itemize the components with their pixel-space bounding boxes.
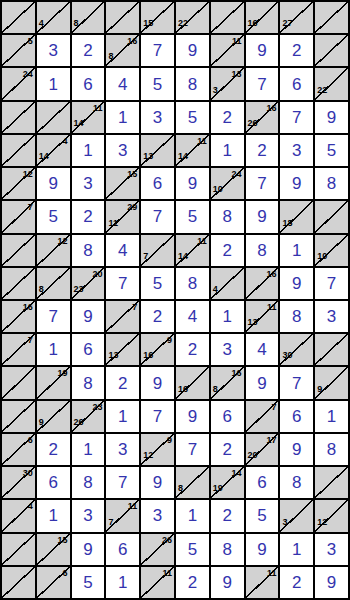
entry-cell[interactable]: 8 (280, 301, 313, 332)
entry-value: 5 (327, 142, 336, 159)
entry-cell[interactable]: 8 (315, 434, 348, 465)
across-clue-number: 13 (232, 69, 242, 79)
entry-value: 2 (222, 507, 231, 524)
entry-cell[interactable]: 9 (72, 301, 105, 332)
entry-cell[interactable]: 9 (246, 201, 279, 232)
entry-cell[interactable]: 5 (176, 102, 209, 133)
entry-cell[interactable]: 2 (176, 567, 209, 598)
entry-value: 6 (292, 76, 301, 93)
clue-cell: 1113 (246, 301, 279, 332)
clue-cell: 4 (2, 500, 35, 531)
entry-value: 5 (153, 275, 162, 292)
entry-value: 9 (188, 175, 197, 192)
clue-cell: 5 (2, 35, 35, 66)
clue-cell: 1626 (246, 102, 279, 133)
entry-cell[interactable]: 9 (141, 467, 174, 498)
entry-cell[interactable]: 9 (280, 434, 313, 465)
entry-cell[interactable]: 6 (106, 534, 139, 565)
entry-cell[interactable]: 2 (211, 102, 244, 133)
entry-value: 3 (83, 507, 92, 524)
entry-cell[interactable]: 8 (72, 367, 105, 398)
entry-value: 1 (118, 574, 127, 591)
block-cell (2, 367, 35, 398)
entry-value: 1 (83, 142, 92, 159)
entry-cell[interactable]: 8 (246, 235, 279, 266)
clue-cell: 7 (2, 334, 35, 365)
entry-cell[interactable]: 5 (37, 201, 70, 232)
entry-cell[interactable]: 9 (176, 401, 209, 432)
entry-value: 5 (188, 109, 197, 126)
clue-cell: 7 (2, 201, 35, 232)
entry-value: 8 (83, 474, 92, 491)
across-clue-number: 11 (162, 568, 172, 578)
entry-cell[interactable]: 9 (176, 35, 209, 66)
clue-cell: 6 (2, 434, 35, 465)
across-clue-number: 12 (58, 236, 68, 246)
down-clue-number: 14 (178, 151, 188, 161)
entry-cell[interactable]: 2 (72, 201, 105, 232)
clue-cell: 13 (141, 135, 174, 166)
clue-cell: 7 (106, 301, 139, 332)
across-clue-number: 7 (28, 335, 33, 345)
across-clue-number: 12 (23, 169, 33, 179)
entry-cell[interactable]: 4 (106, 235, 139, 266)
entry-cell[interactable]: 6 (280, 401, 313, 432)
entry-value: 7 (257, 76, 266, 93)
entry-cell[interactable]: 3 (141, 500, 174, 531)
down-clue-number: 26 (74, 417, 84, 427)
entry-value: 1 (188, 507, 197, 524)
clue-cell: 9 (37, 401, 70, 432)
entry-cell[interactable]: 7 (315, 268, 348, 299)
entry-value: 4 (118, 76, 127, 93)
entry-cell[interactable]: 6 (37, 467, 70, 498)
entry-cell[interactable]: 1 (72, 135, 105, 166)
across-clue-number: 6 (63, 568, 68, 578)
down-clue-number: 9 (317, 384, 322, 394)
entry-cell[interactable]: 5 (246, 500, 279, 531)
clue-cell: 15 (37, 534, 70, 565)
down-clue-number: 18 (282, 218, 292, 228)
entry-cell[interactable]: 3 (106, 135, 139, 166)
entry-value: 8 (83, 375, 92, 392)
entry-cell[interactable]: 2 (280, 567, 313, 598)
clue-cell: 2410 (211, 168, 244, 199)
across-clue-number: 16 (232, 368, 242, 378)
entry-value: 9 (188, 408, 197, 425)
entry-value: 6 (83, 76, 92, 93)
entry-cell[interactable]: 2 (106, 367, 139, 398)
entry-value: 5 (153, 76, 162, 93)
clue-cell: 6 (37, 567, 70, 598)
entry-cell[interactable]: 7 (37, 301, 70, 332)
entry-cell[interactable]: 3 (315, 534, 348, 565)
entry-cell[interactable]: 1 (106, 102, 139, 133)
entry-cell[interactable]: 2 (280, 35, 313, 66)
across-clue-number: 16 (127, 36, 137, 46)
entry-cell[interactable]: 6 (280, 68, 313, 99)
across-clue-number: 29 (127, 202, 137, 212)
entry-cell[interactable]: 1 (72, 434, 105, 465)
entry-cell[interactable]: 8 (315, 168, 348, 199)
down-clue-number: 19 (213, 483, 223, 493)
entry-value: 9 (153, 375, 162, 392)
entry-value: 1 (292, 242, 301, 259)
block-cell (315, 2, 348, 33)
entry-value: 2 (188, 341, 197, 358)
entry-cell[interactable]: 6 (211, 401, 244, 432)
entry-value: 2 (222, 441, 231, 458)
entry-cell[interactable]: 4 (246, 334, 279, 365)
entry-cell[interactable]: 9 (246, 35, 279, 66)
entry-cell[interactable]: 1 (211, 135, 244, 166)
entry-cell[interactable]: 2 (72, 35, 105, 66)
entry-value: 9 (257, 541, 266, 558)
clue-cell: 1114 (176, 135, 209, 166)
entry-cell[interactable]: 1 (37, 334, 70, 365)
entry-cell[interactable]: 7 (106, 268, 139, 299)
clue-cell: 24 (2, 68, 35, 99)
entry-value: 5 (48, 208, 57, 225)
clue-cell: 27 (280, 2, 313, 33)
entry-value: 1 (222, 308, 231, 325)
entry-value: 3 (153, 109, 162, 126)
entry-value: 4 (188, 308, 197, 325)
entry-cell[interactable]: 2 (141, 301, 174, 332)
down-clue-number: 8 (178, 483, 183, 493)
down-clue-number: 3 (213, 85, 218, 95)
entry-value: 6 (292, 408, 301, 425)
entry-cell[interactable]: 5 (176, 534, 209, 565)
entry-cell[interactable]: 8 (72, 467, 105, 498)
entry-value: 7 (188, 441, 197, 458)
across-clue-number: 26 (162, 535, 172, 545)
clue-cell: 168 (106, 35, 139, 66)
entry-cell[interactable]: 7 (246, 168, 279, 199)
entry-value: 3 (327, 541, 336, 558)
clue-cell: 9 (315, 367, 348, 398)
across-clue-number: 11 (197, 236, 207, 246)
entry-cell[interactable]: 3 (315, 301, 348, 332)
clue-cell: 16 (246, 2, 279, 33)
down-clue-number: 11 (108, 218, 118, 228)
entry-cell[interactable]: 6 (141, 168, 174, 199)
clue-cell: 168 (211, 367, 244, 398)
entry-cell[interactable]: 7 (280, 367, 313, 398)
entry-cell[interactable]: 7 (246, 68, 279, 99)
entry-value: 9 (292, 275, 301, 292)
clue-cell: 16 (176, 367, 209, 398)
down-clue-number: 4 (39, 18, 44, 28)
entry-value: 2 (83, 208, 92, 225)
clue-cell: 912 (141, 434, 174, 465)
clue-cell: 15 (106, 168, 139, 199)
entry-value: 7 (118, 474, 127, 491)
across-clue-number: 6 (28, 435, 33, 445)
across-clue-number: 16 (266, 103, 276, 113)
kakuro-board: 4815221627532168791192241645813376221114… (0, 0, 350, 600)
across-clue-number: 7 (271, 402, 276, 412)
entry-value: 8 (292, 474, 301, 491)
entry-cell[interactable]: 7 (106, 467, 139, 498)
down-clue-number: 13 (248, 317, 258, 327)
entry-cell[interactable]: 9 (280, 168, 313, 199)
clue-cell: 26 (141, 534, 174, 565)
entry-cell[interactable]: 9 (141, 367, 174, 398)
down-clue-number: 16 (143, 350, 153, 360)
clue-cell: 1114 (176, 235, 209, 266)
entry-value: 2 (222, 242, 231, 259)
clue-cell: 12 (2, 168, 35, 199)
entry-value: 9 (188, 42, 197, 59)
down-clue-number: 8 (39, 284, 44, 294)
entry-cell[interactable]: 1 (280, 534, 313, 565)
entry-cell[interactable]: 3 (72, 168, 105, 199)
across-clue-number: 24 (23, 69, 33, 79)
entry-cell[interactable]: 1 (176, 500, 209, 531)
entry-cell[interactable]: 1 (37, 500, 70, 531)
entry-cell[interactable]: 8 (176, 68, 209, 99)
entry-cell[interactable]: 7 (141, 201, 174, 232)
across-clue-number: 24 (232, 169, 242, 179)
down-clue-number: 7 (143, 251, 148, 261)
block-cell (2, 567, 35, 598)
entry-cell[interactable]: 4 (176, 301, 209, 332)
entry-value: 8 (292, 308, 301, 325)
entry-value: 7 (292, 109, 301, 126)
entry-value: 6 (222, 408, 231, 425)
down-clue-number: 22 (178, 18, 188, 28)
down-clue-number: 8 (108, 51, 113, 61)
clue-cell: 11 (141, 567, 174, 598)
block-cell (2, 135, 35, 166)
entry-cell[interactable]: 6 (72, 68, 105, 99)
clue-cell: 7 (141, 235, 174, 266)
entry-value: 7 (153, 208, 162, 225)
across-clue-number: 30 (23, 468, 33, 478)
entry-value: 3 (83, 175, 92, 192)
clue-cell: 22 (176, 2, 209, 33)
clue-cell: 4 (37, 2, 70, 33)
clue-cell: 13 (106, 334, 139, 365)
across-clue-number: 9 (167, 335, 172, 345)
down-clue-number: 7 (108, 517, 113, 527)
entry-cell[interactable]: 9 (211, 567, 244, 598)
entry-cell[interactable]: 7 (141, 35, 174, 66)
entry-cell[interactable]: 3 (280, 135, 313, 166)
down-clue-number: 14 (39, 151, 49, 161)
across-clue-number: 4 (28, 501, 33, 511)
entry-cell[interactable]: 7 (280, 102, 313, 133)
entry-value: 1 (83, 441, 92, 458)
across-clue-number: 23 (92, 402, 102, 412)
clue-cell: 1720 (246, 434, 279, 465)
entry-value: 7 (153, 42, 162, 59)
entry-cell[interactable]: 2 (37, 434, 70, 465)
entry-cell[interactable]: 9 (37, 168, 70, 199)
across-clue-number: 11 (267, 302, 277, 312)
entry-value: 2 (292, 574, 301, 591)
across-clue-number: 16 (23, 302, 33, 312)
across-clue-number: 20 (92, 269, 102, 279)
entry-value: 2 (188, 574, 197, 591)
down-clue-number: 30 (282, 350, 292, 360)
entry-value: 9 (222, 574, 231, 591)
down-clue-number: 14 (74, 118, 84, 128)
block-cell (106, 2, 139, 33)
entry-cell[interactable]: 5 (72, 567, 105, 598)
clue-cell: 8 (72, 2, 105, 33)
entry-cell[interactable]: 8 (211, 201, 244, 232)
entry-value: 6 (257, 474, 266, 491)
entry-value: 8 (327, 441, 336, 458)
entry-cell[interactable]: 1 (106, 567, 139, 598)
clue-cell: 2326 (72, 401, 105, 432)
across-clue-number: 11 (128, 501, 138, 511)
entry-cell[interactable]: 8 (176, 268, 209, 299)
entry-cell[interactable]: 3 (141, 102, 174, 133)
down-clue-number: 13 (143, 151, 153, 161)
entry-cell[interactable]: 8 (280, 467, 313, 498)
across-clue-number: 11 (267, 568, 277, 578)
entry-value: 1 (48, 507, 57, 524)
entry-cell[interactable]: 1 (37, 68, 70, 99)
block-cell (2, 401, 35, 432)
down-clue-number: 9 (39, 417, 44, 427)
entry-value: 2 (222, 109, 231, 126)
across-clue-number: 11 (197, 136, 207, 146)
across-clue-number: 7 (28, 202, 33, 212)
block-cell (2, 534, 35, 565)
clue-cell: 1419 (211, 467, 244, 498)
entry-cell[interactable]: 5 (141, 68, 174, 99)
entry-value: 8 (257, 242, 266, 259)
entry-cell[interactable]: 7 (141, 401, 174, 432)
clue-cell: 117 (106, 500, 139, 531)
clue-cell: 16 (2, 301, 35, 332)
clue-cell: 11 (246, 567, 279, 598)
entry-cell[interactable]: 7 (176, 434, 209, 465)
entry-cell[interactable]: 1 (211, 301, 244, 332)
entry-cell[interactable]: 6 (72, 334, 105, 365)
across-clue-number: 11 (93, 103, 103, 113)
entry-value: 6 (118, 541, 127, 558)
block-cell (2, 102, 35, 133)
entry-cell[interactable]: 6 (246, 467, 279, 498)
entry-cell[interactable]: 9 (315, 102, 348, 133)
entry-cell[interactable]: 1 (106, 401, 139, 432)
entry-value: 1 (118, 408, 127, 425)
down-clue-number: 8 (213, 384, 218, 394)
entry-value: 3 (292, 142, 301, 159)
entry-value: 7 (118, 275, 127, 292)
entry-cell[interactable]: 9 (315, 567, 348, 598)
entry-cell[interactable]: 2 (211, 235, 244, 266)
entry-cell[interactable]: 2 (176, 334, 209, 365)
entry-cell[interactable]: 8 (72, 235, 105, 266)
entry-value: 9 (327, 574, 336, 591)
entry-cell[interactable]: 3 (211, 334, 244, 365)
clue-cell: 3 (280, 500, 313, 531)
entry-cell[interactable]: 8 (211, 534, 244, 565)
entry-cell[interactable]: 3 (37, 35, 70, 66)
entry-cell[interactable]: 9 (72, 534, 105, 565)
entry-value: 7 (48, 308, 57, 325)
entry-cell[interactable]: 9 (280, 268, 313, 299)
entry-value: 7 (257, 175, 266, 192)
block-cell (37, 102, 70, 133)
entry-value: 8 (222, 541, 231, 558)
entry-cell[interactable]: 2 (211, 434, 244, 465)
entry-cell[interactable]: 9 (176, 168, 209, 199)
entry-value: 2 (257, 142, 266, 159)
clue-cell: 1114 (72, 102, 105, 133)
entry-value: 9 (83, 541, 92, 558)
entry-cell[interactable]: 9 (246, 534, 279, 565)
entry-value: 7 (153, 408, 162, 425)
entry-cell[interactable]: 3 (106, 434, 139, 465)
entry-value: 1 (222, 142, 231, 159)
clue-cell: 8 (176, 467, 209, 498)
entry-cell[interactable]: 1 (280, 235, 313, 266)
entry-cell[interactable]: 1 (315, 401, 348, 432)
across-clue-number: 9 (167, 435, 172, 445)
down-clue-number: 23 (74, 284, 84, 294)
entry-value: 9 (153, 474, 162, 491)
entry-cell[interactable]: 2 (211, 500, 244, 531)
entry-value: 8 (222, 208, 231, 225)
entry-cell[interactable]: 5 (315, 135, 348, 166)
down-clue-number: 26 (248, 118, 258, 128)
down-clue-number: 13 (108, 350, 118, 360)
entry-cell[interactable]: 5 (176, 201, 209, 232)
entry-cell[interactable]: 2 (246, 135, 279, 166)
entry-value: 2 (118, 375, 127, 392)
across-clue-number: 15 (127, 169, 137, 179)
block-cell (2, 2, 35, 33)
entry-value: 5 (188, 208, 197, 225)
down-clue-number: 8 (74, 18, 79, 28)
down-clue-number: 16 (248, 18, 258, 28)
clue-cell: 414 (37, 135, 70, 166)
entry-value: 9 (83, 308, 92, 325)
entry-value: 7 (327, 275, 336, 292)
down-clue-number: 12 (317, 517, 327, 527)
clue-cell: 7 (246, 401, 279, 432)
block-cell (2, 268, 35, 299)
down-clue-number: 15 (143, 18, 153, 28)
clue-cell: 22 (315, 68, 348, 99)
entry-value: 9 (257, 208, 266, 225)
clue-cell: 12 (315, 500, 348, 531)
clue-cell: 15 (141, 2, 174, 33)
across-clue-number: 14 (232, 468, 242, 478)
entry-value: 2 (153, 308, 162, 325)
entry-value: 1 (118, 109, 127, 126)
across-clue-number: 7 (132, 302, 137, 312)
entry-cell[interactable]: 4 (106, 68, 139, 99)
entry-value: 4 (118, 242, 127, 259)
entry-cell[interactable]: 5 (141, 268, 174, 299)
down-clue-number: 12 (143, 450, 153, 460)
clue-cell: 16 (246, 268, 279, 299)
entry-cell[interactable]: 9 (246, 367, 279, 398)
entry-cell[interactable]: 3 (72, 500, 105, 531)
entry-value: 8 (188, 76, 197, 93)
entry-value: 9 (292, 441, 301, 458)
across-clue-number: 4 (63, 136, 68, 146)
across-clue-number: 17 (266, 435, 276, 445)
